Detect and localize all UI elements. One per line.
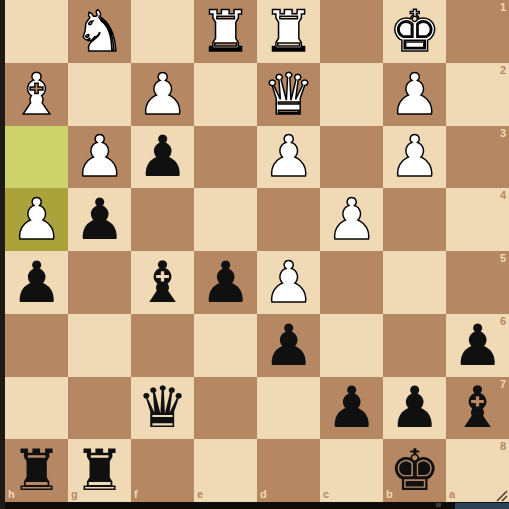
square-a1[interactable]: 1 [446,0,509,63]
piece-black-rook[interactable]: ♜ [5,439,68,502]
square-b3[interactable]: ♟ [383,126,446,189]
square-h7[interactable] [5,377,68,440]
piece-white-queen[interactable]: ♛ [257,63,320,126]
square-h8[interactable]: ♜h [5,439,68,502]
square-a8[interactable]: 8a [446,439,509,502]
file-label-a: a [449,489,455,500]
square-c1[interactable] [320,0,383,63]
square-d4[interactable] [257,188,320,251]
square-d1[interactable]: ♜ [257,0,320,63]
square-d2[interactable]: ♛ [257,63,320,126]
square-g5[interactable] [68,251,131,314]
piece-black-pawn[interactable]: ♟ [194,251,257,314]
piece-white-pawn[interactable]: ♟ [383,63,446,126]
rank-label-2: 2 [500,65,506,76]
square-f4[interactable] [131,188,194,251]
piece-white-pawn[interactable]: ♟ [257,251,320,314]
square-h3[interactable] [5,126,68,189]
square-b4[interactable] [383,188,446,251]
piece-black-pawn[interactable]: ♟ [68,188,131,251]
square-d7[interactable] [257,377,320,440]
square-e1[interactable]: ♜ [194,0,257,63]
square-a3[interactable]: 3 [446,126,509,189]
rank-label-3: 3 [500,128,506,139]
square-h1[interactable] [5,0,68,63]
piece-white-bishop[interactable]: ♝ [5,63,68,126]
square-a2[interactable]: 2 [446,63,509,126]
resize-handle-icon[interactable] [495,488,508,501]
square-g3[interactable]: ♟ [68,126,131,189]
square-g6[interactable] [68,314,131,377]
square-a4[interactable]: 4 [446,188,509,251]
piece-white-pawn[interactable]: ♟ [257,126,320,189]
square-c4[interactable]: ♟ [320,188,383,251]
square-c3[interactable] [320,126,383,189]
square-g7[interactable] [68,377,131,440]
piece-black-rook[interactable]: ♜ [68,439,131,502]
rank-label-5: 5 [500,253,506,264]
piece-black-pawn[interactable]: ♟ [5,251,68,314]
square-b1[interactable]: ♚ [383,0,446,63]
square-a6[interactable]: ♟6 [446,314,509,377]
square-g4[interactable]: ♟ [68,188,131,251]
square-f2[interactable]: ♟ [131,63,194,126]
square-c8[interactable]: c [320,439,383,502]
square-e7[interactable] [194,377,257,440]
piece-black-pawn[interactable]: ♟ [257,314,320,377]
piece-white-king[interactable]: ♚ [383,0,446,63]
piece-black-bishop[interactable]: ♝ [446,377,509,440]
piece-black-queen[interactable]: ♛ [131,377,194,440]
piece-black-pawn[interactable]: ♟ [383,377,446,440]
square-d3[interactable]: ♟ [257,126,320,189]
square-c7[interactable]: ♟ [320,377,383,440]
square-b6[interactable] [383,314,446,377]
square-h4[interactable]: ♟ [5,188,68,251]
file-label-f: f [134,489,138,500]
square-f8[interactable]: f [131,439,194,502]
piece-white-knight[interactable]: ♞ [68,0,131,63]
file-label-d: d [260,489,267,500]
square-f7[interactable]: ♛ [131,377,194,440]
square-e2[interactable] [194,63,257,126]
piece-black-king[interactable]: ♚ [383,439,446,502]
piece-white-pawn[interactable]: ♟ [320,188,383,251]
square-h6[interactable] [5,314,68,377]
square-f1[interactable] [131,0,194,63]
piece-white-pawn[interactable]: ♟ [68,126,131,189]
file-label-e: e [197,489,203,500]
rank-label-8: 8 [500,441,506,452]
square-f3[interactable]: ♟ [131,126,194,189]
piece-black-pawn[interactable]: ♟ [131,126,194,189]
square-b2[interactable]: ♟ [383,63,446,126]
square-h5[interactable]: ♟ [5,251,68,314]
square-e4[interactable] [194,188,257,251]
square-b8[interactable]: ♚b [383,439,446,502]
square-e3[interactable] [194,126,257,189]
piece-white-rook[interactable]: ♜ [194,0,257,63]
piece-white-pawn[interactable]: ♟ [383,126,446,189]
file-label-c: c [323,489,329,500]
square-g8[interactable]: ♜g [68,439,131,502]
square-d8[interactable]: d [257,439,320,502]
square-g2[interactable] [68,63,131,126]
bottom-blue-bar [455,503,509,509]
piece-black-pawn[interactable]: ♟ [446,314,509,377]
rank-label-4: 4 [500,190,506,201]
bottom-bar-tick [436,503,441,507]
square-g1[interactable]: ♞ [68,0,131,63]
square-h2[interactable]: ♝ [5,63,68,126]
square-e5[interactable]: ♟ [194,251,257,314]
piece-black-bishop[interactable]: ♝ [131,251,194,314]
rank-label-1: 1 [500,2,506,13]
chess-board[interactable]: ♞♜♜♚1♝♟♛♟2♟♟♟♟3♟♟♟4♟♝♟♟5♟♟6♛♟♟♝7♜h♜gfedc… [5,0,509,502]
square-c6[interactable] [320,314,383,377]
square-b5[interactable] [383,251,446,314]
square-b7[interactable]: ♟ [383,377,446,440]
square-a7[interactable]: ♝7 [446,377,509,440]
square-d5[interactable]: ♟ [257,251,320,314]
square-f5[interactable]: ♝ [131,251,194,314]
square-a5[interactable]: 5 [446,251,509,314]
piece-white-pawn[interactable]: ♟ [131,63,194,126]
piece-black-pawn[interactable]: ♟ [320,377,383,440]
piece-white-rook[interactable]: ♜ [257,0,320,63]
square-e6[interactable] [194,314,257,377]
square-f6[interactable] [131,314,194,377]
piece-white-pawn[interactable]: ♟ [5,188,68,251]
square-d6[interactable]: ♟ [257,314,320,377]
square-e8[interactable]: e [194,439,257,502]
square-c5[interactable] [320,251,383,314]
square-c2[interactable] [320,63,383,126]
